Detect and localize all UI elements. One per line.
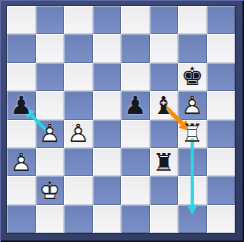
piece-outline: ♔: [36, 176, 65, 204]
square-c4[interactable]: ♟♙: [64, 120, 93, 148]
square-d4[interactable]: [93, 120, 122, 148]
square-h2[interactable]: [207, 176, 236, 204]
square-a1[interactable]: [7, 205, 36, 233]
square-f6[interactable]: [150, 63, 179, 91]
square-f4[interactable]: [150, 120, 179, 148]
square-c1[interactable]: [64, 205, 93, 233]
square-c2[interactable]: [64, 176, 93, 204]
white-pawn[interactable]: ♟♙: [36, 120, 65, 148]
square-g4[interactable]: ♜♖: [178, 120, 207, 148]
square-h5[interactable]: [207, 91, 236, 119]
black-pawn[interactable]: ♟: [7, 91, 36, 119]
square-f2[interactable]: [150, 176, 179, 204]
square-d2[interactable]: [93, 176, 122, 204]
square-b3[interactable]: [36, 148, 65, 176]
square-h3[interactable]: [207, 148, 236, 176]
chess-board[interactable]: ♚♟♟♝♟♙♟♙♟♙♜♖♟♙♜♚♔: [7, 6, 235, 233]
square-e8[interactable]: [121, 6, 150, 34]
white-pawn[interactable]: ♟♙: [7, 148, 36, 176]
square-d7[interactable]: [93, 34, 122, 62]
white-rook[interactable]: ♜♖: [178, 120, 207, 148]
piece-glyph: ♝: [150, 91, 179, 119]
square-b8[interactable]: [36, 6, 65, 34]
square-c6[interactable]: [64, 63, 93, 91]
square-g3[interactable]: [178, 148, 207, 176]
square-c8[interactable]: [64, 6, 93, 34]
square-d3[interactable]: [93, 148, 122, 176]
square-a2[interactable]: [7, 176, 36, 204]
square-b2[interactable]: ♚♔: [36, 176, 65, 204]
piece-glyph: ♜: [150, 148, 179, 176]
square-c3[interactable]: [64, 148, 93, 176]
square-b5[interactable]: [36, 91, 65, 119]
piece-glyph: ♚: [178, 63, 207, 91]
square-e5[interactable]: ♟: [121, 91, 150, 119]
square-d6[interactable]: [93, 63, 122, 91]
square-h8[interactable]: [207, 6, 236, 34]
board-frame: ♚♟♟♝♟♙♟♙♟♙♜♖♟♙♜♚♔: [0, 0, 244, 242]
square-f3[interactable]: ♜: [150, 148, 179, 176]
piece-outline: ♖: [178, 120, 207, 148]
square-c5[interactable]: [64, 91, 93, 119]
square-h7[interactable]: [207, 34, 236, 62]
white-king[interactable]: ♚♔: [36, 176, 65, 204]
square-a6[interactable]: [7, 63, 36, 91]
square-f5[interactable]: ♝: [150, 91, 179, 119]
square-e1[interactable]: [121, 205, 150, 233]
square-f8[interactable]: [150, 6, 179, 34]
square-a8[interactable]: [7, 6, 36, 34]
square-h4[interactable]: [207, 120, 236, 148]
square-h1[interactable]: [207, 205, 236, 233]
black-bishop[interactable]: ♝: [150, 91, 179, 119]
square-c7[interactable]: [64, 34, 93, 62]
piece-outline: ♙: [36, 120, 65, 148]
square-a5[interactable]: ♟: [7, 91, 36, 119]
black-king[interactable]: ♚: [178, 63, 207, 91]
square-b4[interactable]: ♟♙: [36, 120, 65, 148]
square-d5[interactable]: [93, 91, 122, 119]
white-pawn[interactable]: ♟♙: [178, 91, 207, 119]
square-e6[interactable]: [121, 63, 150, 91]
square-g2[interactable]: [178, 176, 207, 204]
square-g1[interactable]: [178, 205, 207, 233]
square-h6[interactable]: [207, 63, 236, 91]
square-g5[interactable]: ♟♙: [178, 91, 207, 119]
square-b6[interactable]: [36, 63, 65, 91]
square-e2[interactable]: [121, 176, 150, 204]
square-e3[interactable]: [121, 148, 150, 176]
square-b1[interactable]: [36, 205, 65, 233]
square-e4[interactable]: [121, 120, 150, 148]
square-e7[interactable]: [121, 34, 150, 62]
square-a7[interactable]: [7, 34, 36, 62]
black-pawn[interactable]: ♟: [121, 91, 150, 119]
square-a3[interactable]: ♟♙: [7, 148, 36, 176]
square-g6[interactable]: ♚: [178, 63, 207, 91]
piece-glyph: ♟: [7, 91, 36, 119]
square-f7[interactable]: [150, 34, 179, 62]
piece-outline: ♙: [7, 148, 36, 176]
square-g8[interactable]: [178, 6, 207, 34]
piece-glyph: ♟: [121, 91, 150, 119]
square-f1[interactable]: [150, 205, 179, 233]
square-b7[interactable]: [36, 34, 65, 62]
square-a4[interactable]: [7, 120, 36, 148]
square-d8[interactable]: [93, 6, 122, 34]
square-d1[interactable]: [93, 205, 122, 233]
white-pawn[interactable]: ♟♙: [64, 120, 93, 148]
piece-outline: ♙: [64, 120, 93, 148]
piece-outline: ♙: [178, 91, 207, 119]
square-g7[interactable]: [178, 34, 207, 62]
black-rook[interactable]: ♜: [150, 148, 179, 176]
